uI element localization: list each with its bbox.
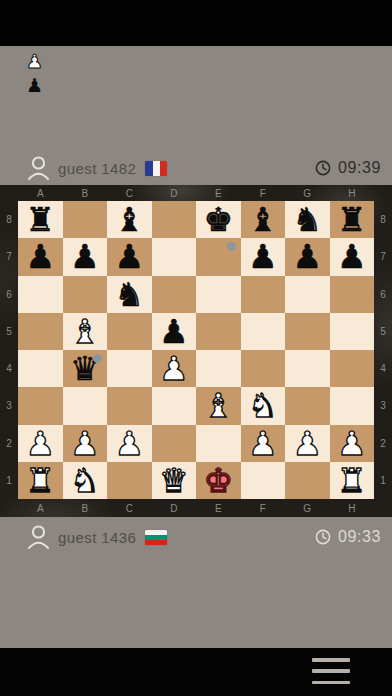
square-e3[interactable]: ♝ bbox=[196, 387, 241, 424]
square-a7[interactable]: ♟ bbox=[18, 238, 63, 275]
square-g8[interactable]: ♞ bbox=[285, 201, 330, 238]
player-name: guest 1436 bbox=[58, 529, 136, 546]
piece-white-pawn: ♟ bbox=[70, 427, 100, 460]
rank-labels-right: 87654321 bbox=[374, 201, 392, 499]
opponent-name: guest 1482 bbox=[58, 160, 136, 177]
last-move-hint-dot bbox=[227, 242, 236, 251]
file-label-g: G bbox=[285, 499, 330, 517]
square-c8[interactable]: ♝ bbox=[107, 201, 152, 238]
square-f2[interactable]: ♟ bbox=[241, 425, 286, 462]
bulgaria-flag-icon bbox=[145, 530, 167, 545]
square-h4[interactable] bbox=[330, 350, 375, 387]
piece-white-king: ♚ bbox=[203, 464, 233, 497]
file-label-d: D bbox=[152, 185, 197, 201]
rank-label-6: 6 bbox=[0, 276, 18, 313]
file-label-h: H bbox=[330, 499, 375, 517]
opponent-clock-time: 09:39 bbox=[338, 159, 381, 177]
square-e1[interactable]: ♚ bbox=[196, 462, 241, 499]
file-label-e: E bbox=[196, 185, 241, 201]
piece-white-pawn: ♟ bbox=[25, 427, 55, 460]
piece-white-pawn: ♟ bbox=[159, 352, 189, 385]
piece-black-pawn: ♟ bbox=[114, 240, 144, 273]
square-a4[interactable] bbox=[18, 350, 63, 387]
piece-white-pawn: ♟ bbox=[292, 427, 322, 460]
player-bar: guest 1436 09:33 bbox=[0, 519, 392, 555]
file-labels-top: ABCDEFGH bbox=[18, 185, 374, 201]
square-c3[interactable] bbox=[107, 387, 152, 424]
file-label-h: H bbox=[330, 185, 375, 201]
menu-icon[interactable] bbox=[312, 658, 350, 684]
square-h2[interactable]: ♟ bbox=[330, 425, 375, 462]
file-label-b: B bbox=[63, 185, 108, 201]
square-b7[interactable]: ♟ bbox=[63, 238, 108, 275]
square-g6[interactable] bbox=[285, 276, 330, 313]
clock-icon bbox=[315, 160, 331, 176]
rank-label-2: 2 bbox=[0, 425, 18, 462]
square-f1[interactable] bbox=[241, 462, 286, 499]
square-c7[interactable]: ♟ bbox=[107, 238, 152, 275]
square-h6[interactable] bbox=[330, 276, 375, 313]
player-clock-time: 09:33 bbox=[338, 528, 381, 546]
piece-black-knight: ♞ bbox=[114, 278, 144, 311]
square-c1[interactable] bbox=[107, 462, 152, 499]
square-h5[interactable] bbox=[330, 313, 375, 350]
app-frame: ♟♟ guest 1482 09:39 ABCDEFGH 87654321 ♜♝… bbox=[0, 0, 392, 696]
piece-white-rook: ♜ bbox=[25, 464, 55, 497]
piece-white-pawn: ♟ bbox=[337, 427, 367, 460]
rank-label-5: 5 bbox=[374, 313, 392, 350]
file-label-f: F bbox=[241, 185, 286, 201]
avatar-icon bbox=[27, 524, 50, 551]
piece-black-pawn: ♟ bbox=[70, 240, 100, 273]
square-a6[interactable] bbox=[18, 276, 63, 313]
piece-white-pawn: ♟ bbox=[248, 427, 278, 460]
piece-black-bishop: ♝ bbox=[114, 203, 144, 236]
square-c6[interactable]: ♞ bbox=[107, 276, 152, 313]
square-f8[interactable]: ♝ bbox=[241, 201, 286, 238]
rank-label-3: 3 bbox=[374, 387, 392, 424]
piece-black-knight: ♞ bbox=[292, 203, 322, 236]
square-b2[interactable]: ♟ bbox=[63, 425, 108, 462]
square-e8[interactable]: ♚ bbox=[196, 201, 241, 238]
piece-white-knight: ♞ bbox=[70, 464, 100, 497]
piece-white-pawn: ♟ bbox=[114, 427, 144, 460]
rank-label-7: 7 bbox=[374, 238, 392, 275]
square-d4[interactable]: ♟ bbox=[152, 350, 197, 387]
piece-black-queen: ♛ bbox=[70, 352, 100, 385]
square-g5[interactable] bbox=[285, 313, 330, 350]
square-g7[interactable]: ♟ bbox=[285, 238, 330, 275]
square-g2[interactable]: ♟ bbox=[285, 425, 330, 462]
square-d6[interactable] bbox=[152, 276, 197, 313]
square-e2[interactable] bbox=[196, 425, 241, 462]
captured-white-pawn: ♟ bbox=[26, 50, 43, 72]
file-labels-bottom: ABCDEFGH bbox=[18, 499, 374, 517]
rank-label-8: 8 bbox=[0, 201, 18, 238]
file-label-c: C bbox=[107, 499, 152, 517]
square-g1[interactable] bbox=[285, 462, 330, 499]
square-b1[interactable]: ♞ bbox=[63, 462, 108, 499]
square-g3[interactable] bbox=[285, 387, 330, 424]
square-d3[interactable] bbox=[152, 387, 197, 424]
square-c5[interactable] bbox=[107, 313, 152, 350]
square-a2[interactable]: ♟ bbox=[18, 425, 63, 462]
rank-label-2: 2 bbox=[374, 425, 392, 462]
piece-white-bishop: ♝ bbox=[203, 389, 233, 422]
square-e4[interactable] bbox=[196, 350, 241, 387]
rank-label-8: 8 bbox=[374, 201, 392, 238]
piece-white-rook: ♜ bbox=[337, 464, 367, 497]
piece-black-rook: ♜ bbox=[337, 203, 367, 236]
piece-black-pawn: ♟ bbox=[292, 240, 322, 273]
rank-label-4: 4 bbox=[374, 350, 392, 387]
square-b4[interactable]: ♛ bbox=[63, 350, 108, 387]
rank-label-3: 3 bbox=[0, 387, 18, 424]
piece-black-bishop: ♝ bbox=[248, 203, 278, 236]
square-d2[interactable] bbox=[152, 425, 197, 462]
piece-white-queen: ♛ bbox=[159, 464, 189, 497]
square-b3[interactable] bbox=[63, 387, 108, 424]
square-f3[interactable]: ♞ bbox=[241, 387, 286, 424]
bottom-bar bbox=[0, 648, 392, 696]
square-b8[interactable] bbox=[63, 201, 108, 238]
square-e6[interactable] bbox=[196, 276, 241, 313]
rank-label-6: 6 bbox=[374, 276, 392, 313]
square-d8[interactable] bbox=[152, 201, 197, 238]
square-b5[interactable]: ♝ bbox=[63, 313, 108, 350]
square-e7[interactable] bbox=[196, 238, 241, 275]
square-d5[interactable]: ♟ bbox=[152, 313, 197, 350]
file-label-c: C bbox=[107, 185, 152, 201]
piece-black-pawn: ♟ bbox=[25, 240, 55, 273]
square-a8[interactable]: ♜ bbox=[18, 201, 63, 238]
square-a1[interactable]: ♜ bbox=[18, 462, 63, 499]
captured-pieces-tray: ♟♟ bbox=[26, 50, 43, 96]
board-frame: ABCDEFGH 87654321 ♜♝♚♝♞♜♟♟♟♟♟♟♞♝♟♛♟♝♞♟♟♟… bbox=[0, 185, 392, 517]
file-label-a: A bbox=[18, 499, 63, 517]
piece-white-knight: ♞ bbox=[248, 389, 278, 422]
opponent-clock: 09:39 bbox=[315, 159, 381, 177]
rank-label-1: 1 bbox=[374, 462, 392, 499]
chess-board: ♜♝♚♝♞♜♟♟♟♟♟♟♞♝♟♛♟♝♞♟♟♟♟♟♟♜♞♛♚♜ bbox=[18, 201, 374, 499]
file-label-b: B bbox=[63, 499, 108, 517]
captured-black-pawn: ♟ bbox=[26, 74, 43, 96]
status-bar bbox=[0, 0, 392, 46]
rank-label-4: 4 bbox=[0, 350, 18, 387]
square-a5[interactable] bbox=[18, 313, 63, 350]
square-c4[interactable] bbox=[107, 350, 152, 387]
piece-black-king: ♚ bbox=[203, 203, 233, 236]
square-f6[interactable] bbox=[241, 276, 286, 313]
rank-labels-left: 87654321 bbox=[0, 201, 18, 499]
square-h7[interactable]: ♟ bbox=[330, 238, 375, 275]
piece-black-pawn: ♟ bbox=[159, 315, 189, 348]
rank-label-7: 7 bbox=[0, 238, 18, 275]
square-c2[interactable]: ♟ bbox=[107, 425, 152, 462]
square-d7[interactable] bbox=[152, 238, 197, 275]
piece-black-pawn: ♟ bbox=[248, 240, 278, 273]
square-f5[interactable] bbox=[241, 313, 286, 350]
square-h1[interactable]: ♜ bbox=[330, 462, 375, 499]
file-label-a: A bbox=[18, 185, 63, 201]
last-move-hint-dot bbox=[93, 354, 102, 363]
file-label-f: F bbox=[241, 499, 286, 517]
square-d1[interactable]: ♛ bbox=[152, 462, 197, 499]
square-e5[interactable] bbox=[196, 313, 241, 350]
avatar-icon bbox=[27, 155, 50, 182]
square-b6[interactable] bbox=[63, 276, 108, 313]
piece-black-rook: ♜ bbox=[25, 203, 55, 236]
rank-label-1: 1 bbox=[0, 462, 18, 499]
square-f7[interactable]: ♟ bbox=[241, 238, 286, 275]
square-a3[interactable] bbox=[18, 387, 63, 424]
file-label-d: D bbox=[152, 499, 197, 517]
piece-black-pawn: ♟ bbox=[337, 240, 367, 273]
square-h3[interactable] bbox=[330, 387, 375, 424]
clock-icon bbox=[315, 529, 331, 545]
file-label-e: E bbox=[196, 499, 241, 517]
opponent-bar: guest 1482 09:39 bbox=[0, 150, 392, 186]
square-g4[interactable] bbox=[285, 350, 330, 387]
piece-white-bishop: ♝ bbox=[70, 315, 100, 348]
player-clock: 09:33 bbox=[315, 528, 381, 546]
file-label-g: G bbox=[285, 185, 330, 201]
square-h8[interactable]: ♜ bbox=[330, 201, 375, 238]
france-flag-icon bbox=[145, 161, 167, 176]
square-f4[interactable] bbox=[241, 350, 286, 387]
rank-label-5: 5 bbox=[0, 313, 18, 350]
